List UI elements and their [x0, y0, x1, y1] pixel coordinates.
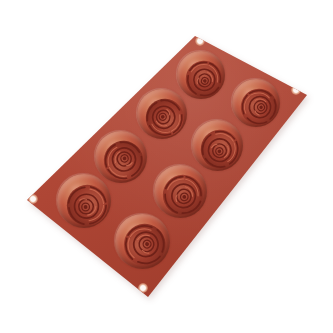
hanging-hole	[195, 36, 205, 46]
hanging-hole	[28, 194, 38, 204]
rose-cavity	[137, 89, 187, 139]
rose-cavity	[192, 120, 243, 171]
rose-cavity	[154, 165, 207, 218]
rose-cavity	[95, 131, 147, 183]
rose-cavity	[57, 174, 111, 228]
rose-relief	[66, 184, 109, 227]
product-photo	[0, 0, 333, 333]
rose-relief	[159, 171, 207, 219]
hanging-hole	[138, 283, 148, 293]
silicone-mold	[0, 0, 333, 333]
rose-cavity	[177, 51, 225, 99]
silicone-mold-surface	[0, 0, 333, 333]
rose-cavity	[232, 79, 280, 127]
hanging-hole	[291, 85, 301, 95]
rose-cavity	[115, 214, 170, 269]
mold-surface-sheen	[0, 0, 333, 333]
